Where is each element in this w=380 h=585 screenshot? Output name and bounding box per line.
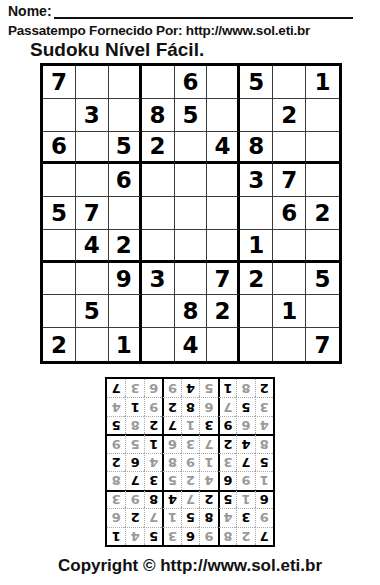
cell-r4c4[interactable] bbox=[142, 164, 175, 197]
cell-r5c9: 2 bbox=[306, 197, 339, 230]
cell-r5c5[interactable] bbox=[175, 197, 208, 230]
cell-r3c3: 5 bbox=[109, 132, 142, 165]
solution-cell-r5c4: 1 bbox=[199, 453, 217, 471]
solution-cell-r6c6: 6 bbox=[162, 434, 180, 452]
cell-r5c6[interactable] bbox=[207, 197, 240, 230]
cell-r2c8: 2 bbox=[273, 99, 306, 132]
solution-cell-r8c9: 4 bbox=[107, 397, 125, 415]
cell-r4c8: 7 bbox=[273, 164, 306, 197]
cell-r6c1[interactable] bbox=[43, 230, 76, 263]
solution-cell-r8c6: 2 bbox=[162, 397, 180, 415]
cell-r5c3[interactable] bbox=[109, 197, 142, 230]
sudoku-grid: 765138526524863757624219372558212147 bbox=[40, 63, 342, 364]
cell-r7c1[interactable] bbox=[43, 263, 76, 296]
cell-r6c7: 1 bbox=[240, 230, 273, 263]
cell-r4c1[interactable] bbox=[43, 164, 76, 197]
solution-cell-r5c9: 2 bbox=[107, 453, 125, 471]
page-title: Sudoku Nível Fácil. bbox=[30, 39, 204, 61]
solution-cell-r3c9: 3 bbox=[107, 490, 125, 508]
solution-cell-r4c4: 4 bbox=[199, 471, 217, 489]
cell-r1c1: 7 bbox=[43, 66, 76, 99]
cell-r9c9: 7 bbox=[306, 328, 339, 361]
cell-r5c4[interactable] bbox=[142, 197, 175, 230]
solution-cell-r6c3: 2 bbox=[218, 434, 236, 452]
solution-cell-r4c9: 8 bbox=[107, 471, 125, 489]
cell-r7c6: 7 bbox=[207, 263, 240, 296]
cell-r8c6: 2 bbox=[207, 295, 240, 328]
cell-r8c4[interactable] bbox=[142, 295, 175, 328]
solution-cell-r6c5: 3 bbox=[181, 434, 199, 452]
cell-r8c2: 5 bbox=[76, 295, 109, 328]
cell-r4c5[interactable] bbox=[175, 164, 208, 197]
cell-r7c4: 3 bbox=[142, 263, 175, 296]
solution-cell-r9c7: 6 bbox=[144, 379, 162, 397]
cell-r8c7[interactable] bbox=[240, 295, 273, 328]
cell-r3c9[interactable] bbox=[306, 132, 339, 165]
solution-cell-r3c5: 7 bbox=[181, 490, 199, 508]
cell-r2c9[interactable] bbox=[306, 99, 339, 132]
solution-cell-r7c8: 8 bbox=[125, 416, 143, 434]
cell-r9c6[interactable] bbox=[207, 328, 240, 361]
cell-r1c7: 5 bbox=[240, 66, 273, 99]
solution-cell-r2c7: 7 bbox=[144, 508, 162, 526]
cell-r1c4[interactable] bbox=[142, 66, 175, 99]
solution-cell-r4c5: 2 bbox=[181, 471, 199, 489]
cell-r2c1[interactable] bbox=[43, 99, 76, 132]
solution-cell-r9c4: 5 bbox=[199, 379, 217, 397]
solution-cell-r4c7: 3 bbox=[144, 471, 162, 489]
cell-r3c2[interactable] bbox=[76, 132, 109, 165]
cell-r6c5[interactable] bbox=[175, 230, 208, 263]
solution-cell-r6c7: 1 bbox=[144, 434, 162, 452]
solution-cell-r3c8: 9 bbox=[125, 490, 143, 508]
solution-cell-r6c9: 9 bbox=[107, 434, 125, 452]
solution-cell-r5c1: 5 bbox=[255, 453, 273, 471]
solution-cell-r7c3: 9 bbox=[218, 416, 236, 434]
cell-r3c7: 8 bbox=[240, 132, 273, 165]
name-row: Nome: bbox=[8, 3, 353, 19]
cell-r8c3[interactable] bbox=[109, 295, 142, 328]
cell-r4c7: 3 bbox=[240, 164, 273, 197]
solution-cell-r3c6: 4 bbox=[162, 490, 180, 508]
copyright-text: Copyright © http://www.sol.eti.br bbox=[0, 556, 380, 576]
cell-r8c8: 1 bbox=[273, 295, 306, 328]
solution-cell-r1c1: 7 bbox=[255, 527, 273, 545]
cell-r9c2[interactable] bbox=[76, 328, 109, 361]
solution-cell-r2c4: 8 bbox=[199, 508, 217, 526]
solution-cell-r8c3: 7 bbox=[218, 397, 236, 415]
solution-cell-r4c3: 6 bbox=[218, 471, 236, 489]
solution-cell-r3c4: 2 bbox=[199, 490, 217, 508]
solution-cell-r7c2: 6 bbox=[236, 416, 254, 434]
cell-r7c7: 2 bbox=[240, 263, 273, 296]
solution-cell-r2c5: 5 bbox=[181, 508, 199, 526]
solution-cell-r3c1: 6 bbox=[255, 490, 273, 508]
cell-r2c6[interactable] bbox=[207, 99, 240, 132]
solution-cell-r9c2: 8 bbox=[236, 379, 254, 397]
solution-cell-r3c3: 5 bbox=[218, 490, 236, 508]
solution-cell-r7c7: 2 bbox=[144, 416, 162, 434]
solution-cell-r8c8: 1 bbox=[125, 397, 143, 415]
solution-cell-r7c6: 7 bbox=[162, 416, 180, 434]
worksheet-page: Nome: Passatempo Fornecido Por: http://w… bbox=[0, 0, 380, 585]
solution-cell-r9c3: 1 bbox=[218, 379, 236, 397]
cell-r6c4[interactable] bbox=[142, 230, 175, 263]
solution-cell-r1c9: 1 bbox=[107, 527, 125, 545]
cell-r6c6[interactable] bbox=[207, 230, 240, 263]
solution-cell-r1c4: 9 bbox=[199, 527, 217, 545]
solution-cell-r9c8: 3 bbox=[125, 379, 143, 397]
cell-r2c2: 3 bbox=[76, 99, 109, 132]
solution-grid-upside-down: 7289635419348517266152748931964253785731… bbox=[105, 377, 275, 547]
solution-cell-r3c2: 1 bbox=[236, 490, 254, 508]
solution-cell-r9c5: 4 bbox=[181, 379, 199, 397]
cell-r8c1[interactable] bbox=[43, 295, 76, 328]
solution-cell-r1c2: 2 bbox=[236, 527, 254, 545]
cell-r4c9[interactable] bbox=[306, 164, 339, 197]
solution-cell-r5c3: 3 bbox=[218, 453, 236, 471]
cell-r5c7[interactable] bbox=[240, 197, 273, 230]
solution-cell-r7c1: 4 bbox=[255, 416, 273, 434]
cell-r1c9: 1 bbox=[306, 66, 339, 99]
cell-r9c1: 2 bbox=[43, 328, 76, 361]
solution-cell-r6c2: 4 bbox=[236, 434, 254, 452]
cell-r3c5[interactable] bbox=[175, 132, 208, 165]
cell-r4c2[interactable] bbox=[76, 164, 109, 197]
cell-r8c9[interactable] bbox=[306, 295, 339, 328]
cell-r3c4: 2 bbox=[142, 132, 175, 165]
cell-r3c1: 6 bbox=[43, 132, 76, 165]
solution-cell-r2c1: 9 bbox=[255, 508, 273, 526]
cell-r4c3: 6 bbox=[109, 164, 142, 197]
solution-cell-r2c2: 3 bbox=[236, 508, 254, 526]
cell-r6c3: 2 bbox=[109, 230, 142, 263]
solution-cell-r2c3: 4 bbox=[218, 508, 236, 526]
cell-r9c5: 4 bbox=[175, 328, 208, 361]
solution-cell-r8c4: 6 bbox=[199, 397, 217, 415]
solution-cell-r1c5: 6 bbox=[181, 527, 199, 545]
cell-r6c8[interactable] bbox=[273, 230, 306, 263]
solution-cell-r4c6: 5 bbox=[162, 471, 180, 489]
cell-r6c9[interactable] bbox=[306, 230, 339, 263]
cell-r2c3[interactable] bbox=[109, 99, 142, 132]
solution-cell-r1c6: 3 bbox=[162, 527, 180, 545]
solution-cell-r9c1: 2 bbox=[255, 379, 273, 397]
solution-cell-r9c9: 7 bbox=[107, 379, 125, 397]
cell-r2c7[interactable] bbox=[240, 99, 273, 132]
solution-cell-r2c8: 2 bbox=[125, 508, 143, 526]
cell-r1c3[interactable] bbox=[109, 66, 142, 99]
cell-r3c6: 4 bbox=[207, 132, 240, 165]
cell-r5c2: 7 bbox=[76, 197, 109, 230]
cell-r1c5: 6 bbox=[175, 66, 208, 99]
solution-cell-r4c8: 7 bbox=[125, 471, 143, 489]
solution-cell-r5c6: 8 bbox=[162, 453, 180, 471]
name-label: Nome: bbox=[8, 3, 52, 19]
provided-by-text: Passatempo Fornecido Por: http://www.sol… bbox=[8, 23, 310, 38]
solution-cell-r8c7: 9 bbox=[144, 397, 162, 415]
cell-r9c7[interactable] bbox=[240, 328, 273, 361]
cell-r7c9: 5 bbox=[306, 263, 339, 296]
cell-r5c1: 5 bbox=[43, 197, 76, 230]
cell-r1c8[interactable] bbox=[273, 66, 306, 99]
cell-r7c2[interactable] bbox=[76, 263, 109, 296]
cell-r2c4: 8 bbox=[142, 99, 175, 132]
solution-cell-r8c2: 5 bbox=[236, 397, 254, 415]
cell-r1c2[interactable] bbox=[76, 66, 109, 99]
solution-cell-r2c6: 1 bbox=[162, 508, 180, 526]
cell-r6c2: 4 bbox=[76, 230, 109, 263]
solution-cell-r6c4: 7 bbox=[199, 434, 217, 452]
solution-cell-r1c7: 5 bbox=[144, 527, 162, 545]
solution-cell-r6c1: 8 bbox=[255, 434, 273, 452]
solution-cell-r1c8: 4 bbox=[125, 527, 143, 545]
cell-r1c6[interactable] bbox=[207, 66, 240, 99]
solution-cell-r7c5: 1 bbox=[181, 416, 199, 434]
cell-r2c5: 5 bbox=[175, 99, 208, 132]
solution-cell-r8c1: 3 bbox=[255, 397, 273, 415]
solution-cell-r3c7: 8 bbox=[144, 490, 162, 508]
cell-r7c5[interactable] bbox=[175, 263, 208, 296]
cell-r9c4[interactable] bbox=[142, 328, 175, 361]
solution-cell-r7c9: 5 bbox=[107, 416, 125, 434]
cell-r4c6[interactable] bbox=[207, 164, 240, 197]
solution-cell-r9c6: 9 bbox=[162, 379, 180, 397]
solution-cell-r8c5: 8 bbox=[181, 397, 199, 415]
solution-cell-r5c2: 7 bbox=[236, 453, 254, 471]
solution-cell-r4c1: 1 bbox=[255, 471, 273, 489]
solution-cell-r5c7: 4 bbox=[144, 453, 162, 471]
cell-r9c8[interactable] bbox=[273, 328, 306, 361]
cell-r9c3: 1 bbox=[109, 328, 142, 361]
cell-r3c8[interactable] bbox=[273, 132, 306, 165]
solution-cell-r1c3: 8 bbox=[218, 527, 236, 545]
solution-cell-r4c2: 9 bbox=[236, 471, 254, 489]
solution-cell-r2c9: 6 bbox=[107, 508, 125, 526]
solution-cell-r5c5: 9 bbox=[181, 453, 199, 471]
solution-cell-r5c8: 6 bbox=[125, 453, 143, 471]
cell-r7c8[interactable] bbox=[273, 263, 306, 296]
solution-cell-r7c4: 3 bbox=[199, 416, 217, 434]
cell-r8c5: 8 bbox=[175, 295, 208, 328]
solution-cell-r6c8: 5 bbox=[125, 434, 143, 452]
cell-r5c8: 6 bbox=[273, 197, 306, 230]
name-blank-line[interactable] bbox=[54, 5, 353, 19]
cell-r7c3: 9 bbox=[109, 263, 142, 296]
